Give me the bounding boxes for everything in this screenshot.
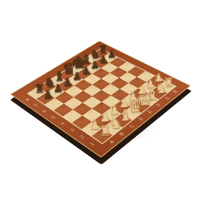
piece-black-pawn: ♟ <box>106 49 119 60</box>
square-f4 <box>110 78 128 89</box>
square-d8: ♛ <box>57 70 74 81</box>
square-e6 <box>83 74 101 85</box>
square-f5 <box>101 73 119 84</box>
piece-black-bishop: ♝ <box>53 69 67 83</box>
square-c7: ♟ <box>56 80 74 91</box>
piece-black-rook: ♜ <box>97 44 109 56</box>
square-b8: ♞ <box>38 81 56 92</box>
board-perspective-wrapper: ♜♞♝♛♚♝♞♜♟♟♟♟♟♟♟♟♟♟♟♟♟♟♟♟♜♞♝♛♚♝♞♜ ABCDEFG… <box>32 22 169 159</box>
piece-white-pawn: ♟ <box>144 78 158 90</box>
board-inlay-frame: ♜♞♝♛♚♝♞♜♟♟♟♟♟♟♟♟♟♟♟♟♟♟♟♟♜♞♝♛♚♝♞♜ <box>27 48 177 144</box>
square-f7: ♟ <box>84 64 101 74</box>
square-g5 <box>110 67 128 78</box>
square-f6 <box>92 68 110 79</box>
piece-black-pawn: ♟ <box>89 60 102 71</box>
square-h5 <box>118 62 135 72</box>
square-c8: ♝ <box>48 76 66 87</box>
square-h8: ♜ <box>93 49 109 58</box>
square-g3 <box>128 77 146 88</box>
piece-black-knight: ♞ <box>89 48 102 61</box>
rank-label-8: 8 <box>22 96 32 103</box>
piece-black-bishop: ♝ <box>80 52 93 66</box>
square-e8: ♚ <box>67 64 84 74</box>
piece-black-pawn: ♟ <box>61 77 75 89</box>
file-label-g: G <box>160 93 173 102</box>
square-d7: ♟ <box>66 75 84 86</box>
square-g6 <box>101 63 118 73</box>
square-d4 <box>92 90 111 102</box>
square-h7: ♟ <box>101 53 118 63</box>
square-e5 <box>92 79 110 90</box>
square-g8: ♞ <box>84 54 101 64</box>
piece-black-pawn: ♟ <box>71 71 84 83</box>
square-f8: ♝ <box>75 59 92 69</box>
file-label-h: H <box>168 87 181 96</box>
piece-black-pawn: ♟ <box>80 65 93 76</box>
chess-photo-scene: ♜♞♝♛♚♝♞♜♟♟♟♟♟♟♟♟♟♟♟♟♟♟♟♟♜♞♝♛♚♝♞♜ ABCDEFG… <box>0 0 200 200</box>
piece-white-knight: ♞ <box>154 81 168 95</box>
square-d6 <box>74 80 92 91</box>
rank-label-1: 1 <box>86 139 99 148</box>
square-g7: ♟ <box>92 58 109 68</box>
rank-label-7: 7 <box>30 101 41 108</box>
piece-black-queen: ♛ <box>62 61 75 77</box>
piece-black-rook: ♜ <box>33 82 47 95</box>
piece-black-knight: ♞ <box>43 75 57 89</box>
square-g4 <box>119 72 137 83</box>
piece-black-pawn: ♟ <box>97 54 110 65</box>
piece-black-king: ♚ <box>71 55 84 72</box>
square-h2: ♟ <box>147 76 165 87</box>
square-h4 <box>127 66 145 77</box>
piece-black-pawn: ♟ <box>51 83 65 95</box>
square-h3 <box>137 71 155 82</box>
square-e7: ♟ <box>75 69 92 80</box>
square-h6 <box>109 57 126 67</box>
